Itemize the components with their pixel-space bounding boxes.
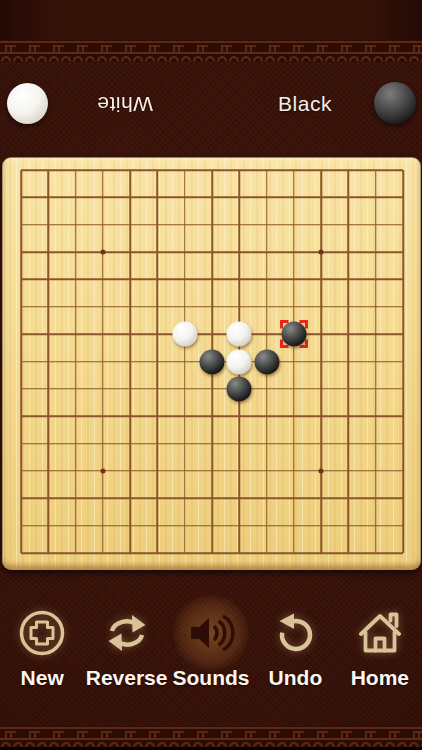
home-button[interactable]: Home <box>338 592 422 704</box>
home-label: Home <box>351 666 409 690</box>
black-stone-L9 <box>281 322 306 347</box>
black-stone-J7 <box>227 376 252 401</box>
undo-icon <box>266 604 324 662</box>
meander-border-bottom <box>0 726 422 748</box>
meander-border-top <box>0 40 422 62</box>
new-game-icon <box>13 604 71 662</box>
home-icon <box>351 604 409 662</box>
white-stone-J8 <box>227 349 252 374</box>
toolbar: New Reverse <box>0 592 422 704</box>
white-player-label: White <box>80 92 170 116</box>
app-screen: White Black New <box>0 0 422 750</box>
black-player-stone-icon <box>374 82 416 124</box>
undo-button[interactable]: Undo <box>253 592 337 704</box>
white-stone-J9 <box>227 322 252 347</box>
gomoku-board[interactable] <box>2 157 421 570</box>
stones-layer <box>21 170 403 553</box>
reverse-icon <box>98 604 156 662</box>
sounds-icon <box>182 604 240 662</box>
sounds-button[interactable]: Sounds <box>169 592 253 704</box>
white-stone-G9 <box>172 322 197 347</box>
status-bar <box>0 0 422 41</box>
new-game-button[interactable]: New <box>0 592 84 704</box>
white-player-stone-icon <box>7 83 48 124</box>
reverse-button[interactable]: Reverse <box>84 592 168 704</box>
undo-label: Undo <box>269 666 323 690</box>
black-stone-H8 <box>200 349 225 374</box>
reverse-label: Reverse <box>86 666 168 690</box>
new-game-label: New <box>21 666 64 690</box>
black-player-label: Black <box>260 92 350 116</box>
black-stone-K8 <box>254 349 279 374</box>
